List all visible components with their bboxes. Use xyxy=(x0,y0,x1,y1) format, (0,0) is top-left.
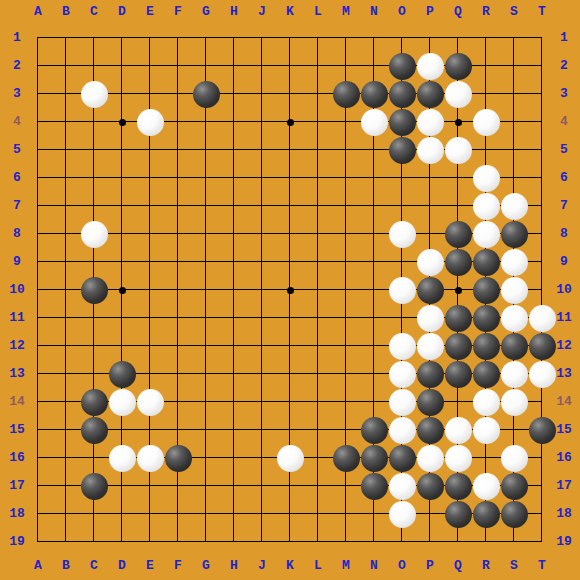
right-row-label-19: 19 xyxy=(555,535,573,549)
bottom-col-label-S: S xyxy=(505,559,523,573)
left-row-label-5: 5 xyxy=(8,143,26,157)
stone-black-N16 xyxy=(361,445,388,472)
stone-black-Q12 xyxy=(445,333,472,360)
right-row-label-9: 9 xyxy=(555,255,573,269)
star-point-D4 xyxy=(119,119,126,126)
top-col-label-L: L xyxy=(309,5,327,19)
right-row-label-12: 12 xyxy=(555,339,573,353)
left-row-label-4: 4 xyxy=(8,115,26,129)
stone-white-P9 xyxy=(417,249,444,276)
stone-white-C3 xyxy=(81,81,108,108)
stone-white-O17 xyxy=(389,473,416,500)
star-point-K4 xyxy=(287,119,294,126)
stone-white-S7 xyxy=(501,193,528,220)
stone-white-R8 xyxy=(473,221,500,248)
stone-black-S8 xyxy=(501,221,528,248)
stone-white-Q15 xyxy=(445,417,472,444)
left-row-label-15: 15 xyxy=(8,423,26,437)
top-col-label-N: N xyxy=(365,5,383,19)
top-col-label-O: O xyxy=(393,5,411,19)
left-row-label-3: 3 xyxy=(8,87,26,101)
stone-black-Q11 xyxy=(445,305,472,332)
bottom-col-label-B: B xyxy=(57,559,75,573)
left-row-label-6: 6 xyxy=(8,171,26,185)
bottom-col-label-K: K xyxy=(281,559,299,573)
right-row-label-3: 3 xyxy=(555,87,573,101)
bottom-col-label-H: H xyxy=(225,559,243,573)
stone-white-Q3 xyxy=(445,81,472,108)
stone-black-M16 xyxy=(333,445,360,472)
right-row-label-13: 13 xyxy=(555,367,573,381)
stone-white-E16 xyxy=(137,445,164,472)
stone-white-S10 xyxy=(501,277,528,304)
stone-white-P2 xyxy=(417,53,444,80)
bottom-col-label-T: T xyxy=(533,559,551,573)
stone-black-F16 xyxy=(165,445,192,472)
top-col-label-P: P xyxy=(421,5,439,19)
stone-white-P12 xyxy=(417,333,444,360)
star-point-Q10 xyxy=(455,287,462,294)
stone-white-R17 xyxy=(473,473,500,500)
stone-white-D14 xyxy=(109,389,136,416)
stone-white-O10 xyxy=(389,277,416,304)
top-col-label-F: F xyxy=(169,5,187,19)
bottom-col-label-N: N xyxy=(365,559,383,573)
left-row-label-9: 9 xyxy=(8,255,26,269)
right-row-label-15: 15 xyxy=(555,423,573,437)
left-row-label-18: 18 xyxy=(8,507,26,521)
bottom-col-label-G: G xyxy=(197,559,215,573)
stone-white-R7 xyxy=(473,193,500,220)
stone-black-S17 xyxy=(501,473,528,500)
stone-white-O18 xyxy=(389,501,416,528)
left-row-label-7: 7 xyxy=(8,199,26,213)
stone-black-O16 xyxy=(389,445,416,472)
go-board[interactable]: AABBCCDDEEFFGGHHJJKKLLMMNNOOPPQQRRSSTT11… xyxy=(0,0,580,580)
left-row-label-14: 14 xyxy=(8,395,26,409)
bottom-col-label-Q: Q xyxy=(449,559,467,573)
top-col-label-R: R xyxy=(477,5,495,19)
stone-white-R15 xyxy=(473,417,500,444)
stone-white-T11 xyxy=(529,305,556,332)
stone-black-O3 xyxy=(389,81,416,108)
bottom-col-label-A: A xyxy=(29,559,47,573)
stone-black-T15 xyxy=(529,417,556,444)
bottom-col-label-E: E xyxy=(141,559,159,573)
stone-black-Q9 xyxy=(445,249,472,276)
stone-white-E14 xyxy=(137,389,164,416)
stone-black-O2 xyxy=(389,53,416,80)
stone-black-P3 xyxy=(417,81,444,108)
stone-black-R9 xyxy=(473,249,500,276)
bottom-col-label-D: D xyxy=(113,559,131,573)
right-row-label-7: 7 xyxy=(555,199,573,213)
stone-white-S9 xyxy=(501,249,528,276)
stone-black-Q13 xyxy=(445,361,472,388)
top-col-label-B: B xyxy=(57,5,75,19)
stone-white-P11 xyxy=(417,305,444,332)
stone-black-R10 xyxy=(473,277,500,304)
bottom-col-label-F: F xyxy=(169,559,187,573)
stone-black-Q18 xyxy=(445,501,472,528)
top-col-label-C: C xyxy=(85,5,103,19)
stone-black-O4 xyxy=(389,109,416,136)
stone-black-N17 xyxy=(361,473,388,500)
stone-black-N15 xyxy=(361,417,388,444)
left-row-label-12: 12 xyxy=(8,339,26,353)
bottom-col-label-C: C xyxy=(85,559,103,573)
top-col-label-K: K xyxy=(281,5,299,19)
right-row-label-1: 1 xyxy=(555,31,573,45)
stone-white-E4 xyxy=(137,109,164,136)
stone-black-N3 xyxy=(361,81,388,108)
bottom-col-label-R: R xyxy=(477,559,495,573)
stone-black-C14 xyxy=(81,389,108,416)
stone-white-P5 xyxy=(417,137,444,164)
top-col-label-E: E xyxy=(141,5,159,19)
stone-black-Q2 xyxy=(445,53,472,80)
stone-black-P14 xyxy=(417,389,444,416)
stone-black-S12 xyxy=(501,333,528,360)
stone-white-N4 xyxy=(361,109,388,136)
top-col-label-Q: Q xyxy=(449,5,467,19)
left-row-label-11: 11 xyxy=(8,311,26,325)
stone-white-P4 xyxy=(417,109,444,136)
stone-black-C17 xyxy=(81,473,108,500)
top-col-label-J: J xyxy=(253,5,271,19)
bottom-col-label-L: L xyxy=(309,559,327,573)
stone-black-R18 xyxy=(473,501,500,528)
top-col-label-A: A xyxy=(29,5,47,19)
stone-white-O8 xyxy=(389,221,416,248)
stone-black-R13 xyxy=(473,361,500,388)
stone-white-S14 xyxy=(501,389,528,416)
top-col-label-G: G xyxy=(197,5,215,19)
stone-black-P17 xyxy=(417,473,444,500)
stone-white-C8 xyxy=(81,221,108,248)
stone-black-P13 xyxy=(417,361,444,388)
bottom-col-label-P: P xyxy=(421,559,439,573)
right-row-label-18: 18 xyxy=(555,507,573,521)
stone-black-C15 xyxy=(81,417,108,444)
stone-white-O15 xyxy=(389,417,416,444)
top-col-label-D: D xyxy=(113,5,131,19)
right-row-label-17: 17 xyxy=(555,479,573,493)
stone-white-S13 xyxy=(501,361,528,388)
top-col-label-S: S xyxy=(505,5,523,19)
stone-black-O5 xyxy=(389,137,416,164)
stone-black-Q8 xyxy=(445,221,472,248)
left-row-label-19: 19 xyxy=(8,535,26,549)
stone-black-P10 xyxy=(417,277,444,304)
stone-white-R14 xyxy=(473,389,500,416)
stone-white-K16 xyxy=(277,445,304,472)
stone-white-Q5 xyxy=(445,137,472,164)
stone-black-M3 xyxy=(333,81,360,108)
right-row-label-14: 14 xyxy=(555,395,573,409)
stone-black-C10 xyxy=(81,277,108,304)
right-row-label-8: 8 xyxy=(555,227,573,241)
stone-black-R12 xyxy=(473,333,500,360)
left-row-label-13: 13 xyxy=(8,367,26,381)
stone-black-R11 xyxy=(473,305,500,332)
stone-black-Q17 xyxy=(445,473,472,500)
star-point-D10 xyxy=(119,287,126,294)
right-row-label-4: 4 xyxy=(555,115,573,129)
left-row-label-10: 10 xyxy=(8,283,26,297)
star-point-Q4 xyxy=(455,119,462,126)
right-row-label-16: 16 xyxy=(555,451,573,465)
stone-white-D16 xyxy=(109,445,136,472)
stone-white-O13 xyxy=(389,361,416,388)
stone-white-Q16 xyxy=(445,445,472,472)
stone-white-P16 xyxy=(417,445,444,472)
stone-black-T12 xyxy=(529,333,556,360)
stone-white-R6 xyxy=(473,165,500,192)
bottom-col-label-O: O xyxy=(393,559,411,573)
star-point-K10 xyxy=(287,287,294,294)
stone-white-R4 xyxy=(473,109,500,136)
stone-black-P15 xyxy=(417,417,444,444)
top-col-label-T: T xyxy=(533,5,551,19)
stone-white-S11 xyxy=(501,305,528,332)
right-row-label-5: 5 xyxy=(555,143,573,157)
left-row-label-17: 17 xyxy=(8,479,26,493)
right-row-label-10: 10 xyxy=(555,283,573,297)
stone-white-S16 xyxy=(501,445,528,472)
stone-black-S18 xyxy=(501,501,528,528)
right-row-label-11: 11 xyxy=(555,311,573,325)
right-row-label-6: 6 xyxy=(555,171,573,185)
left-row-label-2: 2 xyxy=(8,59,26,73)
left-row-label-8: 8 xyxy=(8,227,26,241)
stone-black-G3 xyxy=(193,81,220,108)
stone-black-D13 xyxy=(109,361,136,388)
stone-white-T13 xyxy=(529,361,556,388)
right-row-label-2: 2 xyxy=(555,59,573,73)
top-col-label-H: H xyxy=(225,5,243,19)
left-row-label-16: 16 xyxy=(8,451,26,465)
bottom-col-label-M: M xyxy=(337,559,355,573)
stone-white-O12 xyxy=(389,333,416,360)
bottom-col-label-J: J xyxy=(253,559,271,573)
stone-white-O14 xyxy=(389,389,416,416)
top-col-label-M: M xyxy=(337,5,355,19)
left-row-label-1: 1 xyxy=(8,31,26,45)
